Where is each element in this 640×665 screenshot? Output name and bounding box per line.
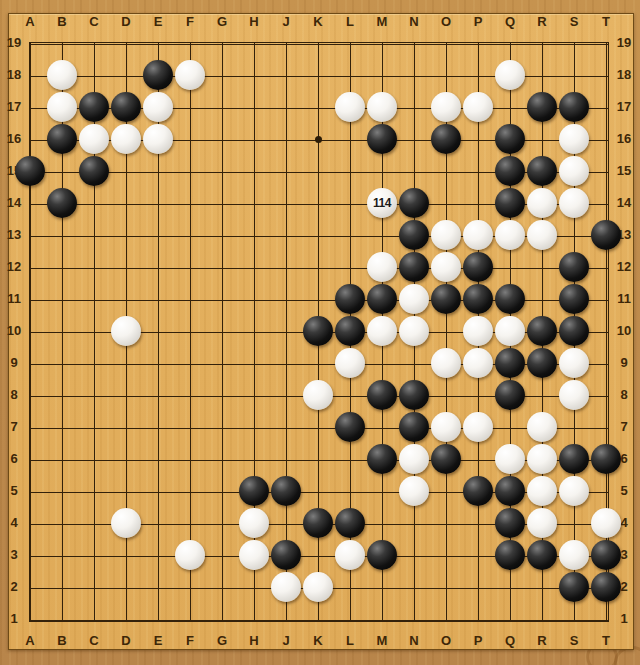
black-stone-M8: [367, 380, 397, 410]
black-stone-B16: [47, 124, 77, 154]
coord-left-3: 3: [1, 547, 27, 562]
black-stone-Q11: [495, 284, 525, 314]
coord-right-1: 1: [611, 611, 637, 626]
black-stone-E18: [143, 60, 173, 90]
black-stone-M11: [367, 284, 397, 314]
white-stone-D4: [111, 508, 141, 538]
coord-top-M: M: [369, 14, 395, 29]
black-stone-N13: [399, 220, 429, 250]
white-stone-S14: [559, 188, 589, 218]
coord-top-E: E: [145, 14, 171, 29]
white-stone-O12: [431, 252, 461, 282]
black-stone-D17: [111, 92, 141, 122]
white-stone-S9: [559, 348, 589, 378]
coord-bottom-T: T: [593, 633, 619, 648]
white-stone-L9: [335, 348, 365, 378]
coord-top-A: A: [17, 14, 43, 29]
coord-bottom-L: L: [337, 633, 363, 648]
white-stone-H3: [239, 540, 269, 570]
white-stone-E17: [143, 92, 173, 122]
coord-right-19: 19: [611, 35, 637, 50]
black-stone-R15: [527, 156, 557, 186]
coord-right-18: 18: [611, 67, 637, 82]
black-stone-N8: [399, 380, 429, 410]
white-stone-M14: 114: [367, 188, 397, 218]
black-stone-S10: [559, 316, 589, 346]
coord-top-F: F: [177, 14, 203, 29]
black-stone-B14: [47, 188, 77, 218]
black-stone-Q15: [495, 156, 525, 186]
black-stone-R3: [527, 540, 557, 570]
black-stone-P5: [463, 476, 493, 506]
black-stone-S12: [559, 252, 589, 282]
black-stone-N14: [399, 188, 429, 218]
coord-top-N: N: [401, 14, 427, 29]
black-stone-H5: [239, 476, 269, 506]
coord-bottom-D: D: [113, 633, 139, 648]
coord-bottom-P: P: [465, 633, 491, 648]
white-stone-D16: [111, 124, 141, 154]
black-stone-P11: [463, 284, 493, 314]
white-stone-J2: [271, 572, 301, 602]
black-stone-S17: [559, 92, 589, 122]
coord-bottom-F: F: [177, 633, 203, 648]
white-stone-M10: [367, 316, 397, 346]
white-stone-T4: [591, 508, 621, 538]
black-stone-N7: [399, 412, 429, 442]
coord-bottom-H: H: [241, 633, 267, 648]
white-stone-N11: [399, 284, 429, 314]
coord-left-8: 8: [1, 387, 27, 402]
coord-right-14: 14: [611, 195, 637, 210]
coord-left-14: 14: [1, 195, 27, 210]
black-stone-K10: [303, 316, 333, 346]
coord-right-8: 8: [611, 387, 637, 402]
black-stone-T13: [591, 220, 621, 250]
black-stone-Q14: [495, 188, 525, 218]
white-stone-S3: [559, 540, 589, 570]
white-stone-S15: [559, 156, 589, 186]
coord-right-16: 16: [611, 131, 637, 146]
white-stone-P17: [463, 92, 493, 122]
black-stone-Q5: [495, 476, 525, 506]
coord-bottom-B: B: [49, 633, 75, 648]
coord-right-9: 9: [611, 355, 637, 370]
black-stone-S6: [559, 444, 589, 474]
white-stone-S5: [559, 476, 589, 506]
black-stone-O16: [431, 124, 461, 154]
white-stone-E16: [143, 124, 173, 154]
white-stone-L3: [335, 540, 365, 570]
black-stone-S11: [559, 284, 589, 314]
coord-top-R: R: [529, 14, 555, 29]
coord-left-9: 9: [1, 355, 27, 370]
coord-top-O: O: [433, 14, 459, 29]
coord-bottom-R: R: [529, 633, 555, 648]
coord-top-Q: Q: [497, 14, 523, 29]
black-stone-M3: [367, 540, 397, 570]
black-stone-C17: [79, 92, 109, 122]
black-stone-P12: [463, 252, 493, 282]
white-stone-B18: [47, 60, 77, 90]
black-stone-N12: [399, 252, 429, 282]
black-stone-L10: [335, 316, 365, 346]
coord-left-7: 7: [1, 419, 27, 434]
coord-left-19: 19: [1, 35, 27, 50]
black-stone-Q9: [495, 348, 525, 378]
white-stone-R13: [527, 220, 557, 250]
black-stone-M16: [367, 124, 397, 154]
coord-left-10: 10: [1, 323, 27, 338]
white-stone-O17: [431, 92, 461, 122]
coord-bottom-K: K: [305, 633, 331, 648]
coord-left-2: 2: [1, 579, 27, 594]
coord-top-B: B: [49, 14, 75, 29]
white-stone-R6: [527, 444, 557, 474]
coord-top-T: T: [593, 14, 619, 29]
black-stone-R17: [527, 92, 557, 122]
coord-bottom-A: A: [17, 633, 43, 648]
coord-left-6: 6: [1, 451, 27, 466]
coord-top-G: G: [209, 14, 235, 29]
black-stone-M6: [367, 444, 397, 474]
black-stone-Q4: [495, 508, 525, 538]
coord-right-5: 5: [611, 483, 637, 498]
black-stone-T2: [591, 572, 621, 602]
black-stone-J3: [271, 540, 301, 570]
coord-top-S: S: [561, 14, 587, 29]
coord-top-D: D: [113, 14, 139, 29]
coord-left-16: 16: [1, 131, 27, 146]
coord-right-11: 11: [611, 291, 637, 306]
white-stone-P7: [463, 412, 493, 442]
coord-top-J: J: [273, 14, 299, 29]
coord-top-C: C: [81, 14, 107, 29]
coord-top-P: P: [465, 14, 491, 29]
coord-bottom-O: O: [433, 633, 459, 648]
white-stone-R5: [527, 476, 557, 506]
star-point-K16: [315, 136, 322, 143]
white-stone-Q10: [495, 316, 525, 346]
coord-top-L: L: [337, 14, 363, 29]
black-stone-R9: [527, 348, 557, 378]
coord-left-18: 18: [1, 67, 27, 82]
black-stone-O11: [431, 284, 461, 314]
coord-bottom-E: E: [145, 633, 171, 648]
white-stone-K2: [303, 572, 333, 602]
coord-bottom-M: M: [369, 633, 395, 648]
black-stone-S2: [559, 572, 589, 602]
coord-top-H: H: [241, 14, 267, 29]
white-stone-O13: [431, 220, 461, 250]
white-stone-R4: [527, 508, 557, 538]
white-stone-O9: [431, 348, 461, 378]
white-stone-F18: [175, 60, 205, 90]
white-stone-H4: [239, 508, 269, 538]
white-stone-S8: [559, 380, 589, 410]
white-stone-L17: [335, 92, 365, 122]
coord-right-7: 7: [611, 419, 637, 434]
coord-right-10: 10: [611, 323, 637, 338]
black-stone-K4: [303, 508, 333, 538]
coord-bottom-Q: Q: [497, 633, 523, 648]
white-stone-M17: [367, 92, 397, 122]
coord-left-17: 17: [1, 99, 27, 114]
last-move-number: 114: [373, 197, 391, 209]
white-stone-R14: [527, 188, 557, 218]
coord-left-1: 1: [1, 611, 27, 626]
coord-right-12: 12: [611, 259, 637, 274]
white-stone-O7: [431, 412, 461, 442]
white-stone-M12: [367, 252, 397, 282]
coord-bottom-N: N: [401, 633, 427, 648]
white-stone-N10: [399, 316, 429, 346]
white-stone-P13: [463, 220, 493, 250]
coord-left-11: 11: [1, 291, 27, 306]
coord-left-5: 5: [1, 483, 27, 498]
coord-bottom-C: C: [81, 633, 107, 648]
black-stone-Q16: [495, 124, 525, 154]
coord-bottom-G: G: [209, 633, 235, 648]
coord-top-K: K: [305, 14, 331, 29]
black-stone-C15: [79, 156, 109, 186]
coord-left-13: 13: [1, 227, 27, 242]
black-stone-T6: [591, 444, 621, 474]
white-stone-B17: [47, 92, 77, 122]
coord-left-4: 4: [1, 515, 27, 530]
white-stone-D10: [111, 316, 141, 346]
coord-right-17: 17: [611, 99, 637, 114]
coord-right-15: 15: [611, 163, 637, 178]
white-stone-S16: [559, 124, 589, 154]
white-stone-P10: [463, 316, 493, 346]
black-stone-Q8: [495, 380, 525, 410]
black-stone-A15: [15, 156, 45, 186]
black-stone-O6: [431, 444, 461, 474]
white-stone-P9: [463, 348, 493, 378]
coord-bottom-S: S: [561, 633, 587, 648]
white-stone-K8: [303, 380, 333, 410]
black-stone-Q3: [495, 540, 525, 570]
white-stone-Q18: [495, 60, 525, 90]
white-stone-R7: [527, 412, 557, 442]
coord-left-12: 12: [1, 259, 27, 274]
coord-bottom-J: J: [273, 633, 299, 648]
white-stone-Q13: [495, 220, 525, 250]
white-stone-N6: [399, 444, 429, 474]
black-stone-J5: [271, 476, 301, 506]
white-stone-Q6: [495, 444, 525, 474]
white-stone-F3: [175, 540, 205, 570]
black-stone-R10: [527, 316, 557, 346]
black-stone-L4: [335, 508, 365, 538]
black-stone-T3: [591, 540, 621, 570]
black-stone-L7: [335, 412, 365, 442]
white-stone-N5: [399, 476, 429, 506]
white-stone-C16: [79, 124, 109, 154]
black-stone-L11: [335, 284, 365, 314]
